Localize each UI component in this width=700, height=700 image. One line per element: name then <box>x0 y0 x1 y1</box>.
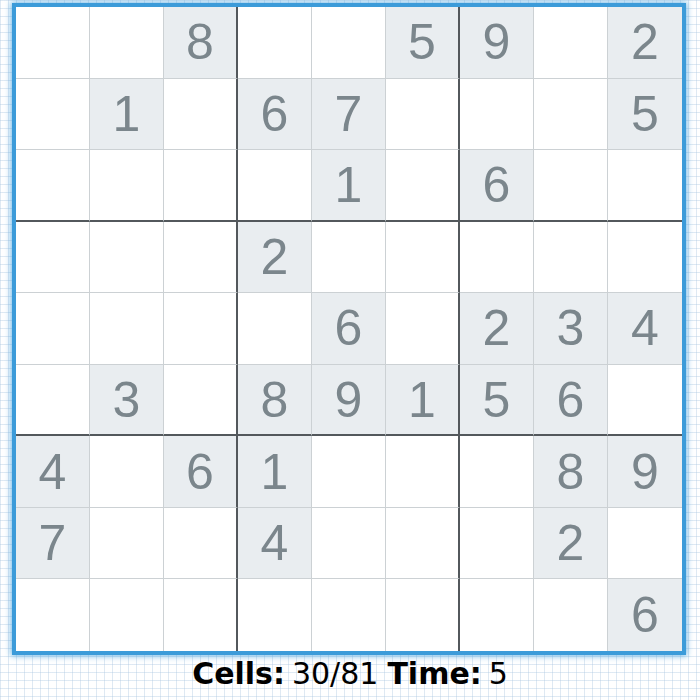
cell-r9c6[interactable] <box>386 579 460 651</box>
cell-r3c2[interactable] <box>90 150 164 222</box>
cell-r8c8: 2 <box>534 508 608 580</box>
cell-r4c2[interactable] <box>90 222 164 294</box>
cell-r3c3[interactable] <box>164 150 238 222</box>
cell-r2c2: 1 <box>90 79 164 151</box>
cell-r3c7: 6 <box>460 150 534 222</box>
cell-r6c5: 9 <box>312 365 386 437</box>
cell-r6c9[interactable] <box>608 365 682 437</box>
cell-r8c2[interactable] <box>90 508 164 580</box>
cell-r6c7: 5 <box>460 365 534 437</box>
cell-r8c9[interactable] <box>608 508 682 580</box>
cell-r5c2[interactable] <box>90 293 164 365</box>
cell-r5c1[interactable] <box>16 293 90 365</box>
time-value: 5 <box>489 656 508 691</box>
cell-r3c8[interactable] <box>534 150 608 222</box>
cell-r8c1: 7 <box>16 508 90 580</box>
cell-r2c8[interactable] <box>534 79 608 151</box>
cell-r9c4[interactable] <box>238 579 312 651</box>
cell-r3c5: 1 <box>312 150 386 222</box>
cell-r1c4[interactable] <box>238 7 312 79</box>
cell-r1c1[interactable] <box>16 7 90 79</box>
cell-r9c5[interactable] <box>312 579 386 651</box>
cell-r8c3[interactable] <box>164 508 238 580</box>
cell-r7c7[interactable] <box>460 436 534 508</box>
cell-r2c9: 5 <box>608 79 682 151</box>
cell-r8c7[interactable] <box>460 508 534 580</box>
cell-r3c9[interactable] <box>608 150 682 222</box>
cell-r7c1: 4 <box>16 436 90 508</box>
cell-r4c5[interactable] <box>312 222 386 294</box>
cell-r3c1[interactable] <box>16 150 90 222</box>
cell-r1c6: 5 <box>386 7 460 79</box>
cell-r4c1[interactable] <box>16 222 90 294</box>
cell-r1c2[interactable] <box>90 7 164 79</box>
cell-r4c6[interactable] <box>386 222 460 294</box>
cell-r6c4: 8 <box>238 365 312 437</box>
cell-r9c3[interactable] <box>164 579 238 651</box>
cell-r4c4: 2 <box>238 222 312 294</box>
cell-r2c1[interactable] <box>16 79 90 151</box>
cell-r2c6[interactable] <box>386 79 460 151</box>
status-bar: Cells:30/81Time:5 <box>0 656 700 692</box>
cell-r9c7[interactable] <box>460 579 534 651</box>
cell-r4c9[interactable] <box>608 222 682 294</box>
cell-r7c4: 1 <box>238 436 312 508</box>
cell-r4c3[interactable] <box>164 222 238 294</box>
cell-r5c6[interactable] <box>386 293 460 365</box>
cell-r2c3[interactable] <box>164 79 238 151</box>
cell-r1c8[interactable] <box>534 7 608 79</box>
cell-r7c6[interactable] <box>386 436 460 508</box>
cell-r1c3: 8 <box>164 7 238 79</box>
cell-r1c5[interactable] <box>312 7 386 79</box>
cell-r2c7[interactable] <box>460 79 534 151</box>
cell-r5c9: 4 <box>608 293 682 365</box>
cell-r4c7[interactable] <box>460 222 534 294</box>
cell-r7c8: 8 <box>534 436 608 508</box>
cell-r6c2: 3 <box>90 365 164 437</box>
cells-value: 30/81 <box>292 656 378 691</box>
cells-label: Cells: <box>192 656 285 691</box>
cell-r7c2[interactable] <box>90 436 164 508</box>
cell-r6c8: 6 <box>534 365 608 437</box>
cell-r9c2[interactable] <box>90 579 164 651</box>
cell-r8c4: 4 <box>238 508 312 580</box>
cell-r7c5[interactable] <box>312 436 386 508</box>
cell-r1c9: 2 <box>608 7 682 79</box>
cell-r3c4[interactable] <box>238 150 312 222</box>
cell-r9c1[interactable] <box>16 579 90 651</box>
cell-r3c6[interactable] <box>386 150 460 222</box>
time-label: Time: <box>387 656 481 691</box>
cell-r6c6: 1 <box>386 365 460 437</box>
cell-r5c7: 2 <box>460 293 534 365</box>
cell-r8c6[interactable] <box>386 508 460 580</box>
cell-r2c4: 6 <box>238 79 312 151</box>
cell-r8c5[interactable] <box>312 508 386 580</box>
sudoku-board: 859216751626234389156461897426 <box>12 3 686 655</box>
cell-r9c8[interactable] <box>534 579 608 651</box>
cell-r7c3: 6 <box>164 436 238 508</box>
cell-r4c8[interactable] <box>534 222 608 294</box>
cell-r5c3[interactable] <box>164 293 238 365</box>
cell-r5c8: 3 <box>534 293 608 365</box>
cell-r1c7: 9 <box>460 7 534 79</box>
cell-r9c9: 6 <box>608 579 682 651</box>
cell-r2c5: 7 <box>312 79 386 151</box>
cell-r6c3[interactable] <box>164 365 238 437</box>
cell-r7c9: 9 <box>608 436 682 508</box>
cell-r5c5: 6 <box>312 293 386 365</box>
cell-r6c1[interactable] <box>16 365 90 437</box>
cell-r5c4[interactable] <box>238 293 312 365</box>
